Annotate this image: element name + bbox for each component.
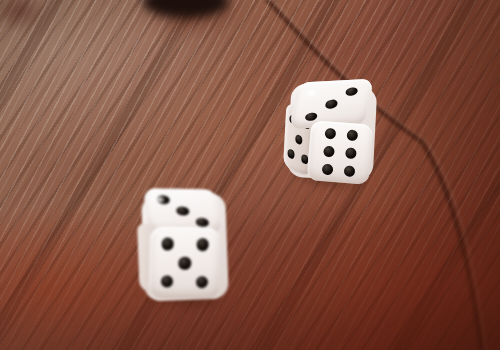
pip: [156, 195, 170, 204]
pip: [347, 129, 359, 141]
pip: [345, 87, 359, 96]
left-die: [138, 189, 232, 304]
right-die: [283, 80, 380, 185]
pip: [160, 275, 173, 288]
pip: [301, 154, 308, 165]
pip: [325, 99, 339, 108]
dice-photo: [0, 0, 500, 350]
left-die-front-face: [149, 226, 220, 299]
pip: [323, 146, 335, 158]
pip: [295, 134, 302, 145]
pip: [176, 206, 190, 215]
pip: [304, 112, 318, 121]
pip: [324, 128, 336, 140]
pip: [178, 257, 191, 270]
pip: [161, 238, 174, 251]
pip: [195, 218, 209, 227]
wood-vignette: [0, 0, 500, 350]
pip: [345, 147, 357, 159]
pip: [287, 148, 294, 159]
pip: [321, 164, 333, 176]
pip: [196, 238, 209, 251]
pip: [195, 276, 208, 289]
right-die-front-face: [307, 120, 374, 185]
pip: [344, 165, 356, 177]
